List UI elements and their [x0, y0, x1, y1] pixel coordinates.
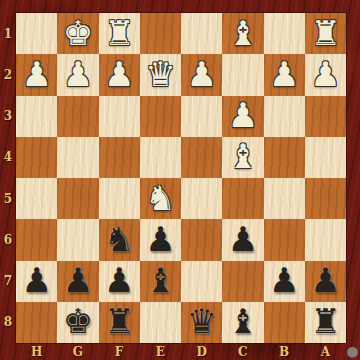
board: ♚♜♝♜♟♟♟♛♟♟♟♟♝♞♞♟♟♟♟♟♝♟♟♚♜♛♝♜ [16, 13, 346, 343]
square-d7[interactable] [181, 261, 222, 302]
square-e1[interactable] [140, 13, 181, 54]
square-f5[interactable] [99, 178, 140, 219]
piece-black-pawn[interactable]: ♟ [269, 263, 299, 297]
square-b3[interactable] [264, 96, 305, 137]
square-c4[interactable]: ♝ [222, 137, 263, 178]
square-c5[interactable] [222, 178, 263, 219]
rank-label-7: 7 [0, 261, 16, 302]
piece-black-king[interactable]: ♚ [63, 304, 93, 338]
square-d6[interactable] [181, 219, 222, 260]
file-label-b: B [264, 343, 305, 360]
piece-black-pawn[interactable]: ♟ [310, 263, 340, 297]
piece-black-rook[interactable]: ♜ [104, 304, 134, 338]
square-g2[interactable]: ♟ [57, 54, 98, 95]
square-g8[interactable]: ♚ [57, 302, 98, 343]
piece-white-pawn[interactable]: ♟ [310, 57, 340, 91]
piece-black-pawn[interactable]: ♟ [228, 222, 258, 256]
piece-white-pawn[interactable]: ♟ [63, 57, 93, 91]
piece-white-queen[interactable]: ♛ [145, 57, 175, 91]
square-g3[interactable] [57, 96, 98, 137]
square-c3[interactable]: ♟ [222, 96, 263, 137]
piece-white-pawn[interactable]: ♟ [228, 98, 258, 132]
square-h8[interactable] [16, 302, 57, 343]
square-a4[interactable] [305, 137, 346, 178]
square-d4[interactable] [181, 137, 222, 178]
square-f8[interactable]: ♜ [99, 302, 140, 343]
square-d2[interactable]: ♟ [181, 54, 222, 95]
square-g4[interactable] [57, 137, 98, 178]
square-a5[interactable] [305, 178, 346, 219]
square-h2[interactable]: ♟ [16, 54, 57, 95]
square-e3[interactable] [140, 96, 181, 137]
file-label-c: C [222, 343, 263, 360]
rank-label-1: 1 [0, 13, 16, 54]
square-g1[interactable]: ♚ [57, 13, 98, 54]
square-b4[interactable] [264, 137, 305, 178]
square-c7[interactable] [222, 261, 263, 302]
file-label-d: D [181, 343, 222, 360]
piece-white-bishop[interactable]: ♝ [228, 16, 258, 50]
square-h4[interactable] [16, 137, 57, 178]
square-e8[interactable] [140, 302, 181, 343]
rank-label-4: 4 [0, 137, 16, 178]
file-label-g: G [57, 343, 98, 360]
piece-black-bishop[interactable]: ♝ [228, 304, 258, 338]
square-f3[interactable] [99, 96, 140, 137]
square-b1[interactable] [264, 13, 305, 54]
square-a7[interactable]: ♟ [305, 261, 346, 302]
square-b2[interactable]: ♟ [264, 54, 305, 95]
rank-label-8: 8 [0, 302, 16, 343]
square-f1[interactable]: ♜ [99, 13, 140, 54]
rank-label-2: 2 [0, 54, 16, 95]
square-e6[interactable]: ♟ [140, 219, 181, 260]
rank-labels: 12345678 [0, 13, 16, 343]
piece-white-king[interactable]: ♚ [63, 16, 93, 50]
piece-white-pawn[interactable]: ♟ [186, 57, 216, 91]
square-a3[interactable] [305, 96, 346, 137]
square-a2[interactable]: ♟ [305, 54, 346, 95]
square-g5[interactable] [57, 178, 98, 219]
square-e5[interactable]: ♞ [140, 178, 181, 219]
piece-black-knight[interactable]: ♞ [104, 222, 134, 256]
file-label-h: H [16, 343, 57, 360]
square-h6[interactable] [16, 219, 57, 260]
square-b6[interactable] [264, 219, 305, 260]
piece-black-queen[interactable]: ♛ [186, 304, 216, 338]
square-h3[interactable] [16, 96, 57, 137]
square-f7[interactable]: ♟ [99, 261, 140, 302]
square-c8[interactable]: ♝ [222, 302, 263, 343]
square-a1[interactable]: ♜ [305, 13, 346, 54]
square-g7[interactable]: ♟ [57, 261, 98, 302]
square-b8[interactable] [264, 302, 305, 343]
piece-white-rook[interactable]: ♜ [310, 16, 340, 50]
square-c2[interactable] [222, 54, 263, 95]
file-label-e: E [140, 343, 181, 360]
rank-label-3: 3 [0, 96, 16, 137]
square-a8[interactable]: ♜ [305, 302, 346, 343]
piece-white-pawn[interactable]: ♟ [21, 57, 51, 91]
square-g6[interactable] [57, 219, 98, 260]
file-labels: HGFEDCBA [16, 343, 346, 360]
chessboard-frame: 12345678 ♚♜♝♜♟♟♟♛♟♟♟♟♝♞♞♟♟♟♟♟♝♟♟♚♜♛♝♜ HG… [0, 0, 360, 360]
square-a6[interactable] [305, 219, 346, 260]
square-e4[interactable] [140, 137, 181, 178]
piece-black-pawn[interactable]: ♟ [21, 263, 51, 297]
square-h5[interactable] [16, 178, 57, 219]
square-d8[interactable]: ♛ [181, 302, 222, 343]
square-f6[interactable]: ♞ [99, 219, 140, 260]
square-d3[interactable] [181, 96, 222, 137]
square-e7[interactable]: ♝ [140, 261, 181, 302]
piece-white-pawn[interactable]: ♟ [269, 57, 299, 91]
piece-white-bishop[interactable]: ♝ [228, 139, 258, 173]
piece-black-pawn[interactable]: ♟ [63, 263, 93, 297]
piece-black-pawn[interactable]: ♟ [145, 222, 175, 256]
square-b7[interactable]: ♟ [264, 261, 305, 302]
square-f4[interactable] [99, 137, 140, 178]
piece-white-pawn[interactable]: ♟ [104, 57, 134, 91]
piece-white-knight[interactable]: ♞ [145, 181, 175, 215]
square-f2[interactable]: ♟ [99, 54, 140, 95]
piece-black-pawn[interactable]: ♟ [104, 263, 134, 297]
square-c6[interactable]: ♟ [222, 219, 263, 260]
piece-black-rook[interactable]: ♜ [310, 304, 340, 338]
square-e2[interactable]: ♛ [140, 54, 181, 95]
square-h1[interactable] [16, 13, 57, 54]
square-b5[interactable] [264, 178, 305, 219]
square-d5[interactable] [181, 178, 222, 219]
square-c1[interactable]: ♝ [222, 13, 263, 54]
file-label-a: A [305, 343, 346, 360]
rank-label-5: 5 [0, 178, 16, 219]
watermark-dot [347, 347, 358, 358]
piece-white-rook[interactable]: ♜ [104, 16, 134, 50]
square-h7[interactable]: ♟ [16, 261, 57, 302]
file-label-f: F [99, 343, 140, 360]
square-d1[interactable] [181, 13, 222, 54]
rank-label-6: 6 [0, 219, 16, 260]
piece-black-bishop[interactable]: ♝ [145, 263, 175, 297]
